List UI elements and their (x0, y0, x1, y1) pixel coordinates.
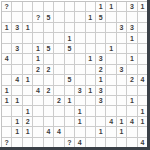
cell-r5c4[interactable]: 1 (33, 44, 43, 54)
cell-r12c4[interactable] (33, 117, 43, 127)
cell-r4c5[interactable] (44, 33, 54, 43)
cell-r4c8[interactable] (75, 33, 85, 43)
cell-r9c2[interactable] (12, 86, 22, 96)
cell-r10c12[interactable] (117, 96, 127, 106)
cell-r8c6[interactable] (54, 75, 64, 85)
cell-r7c8[interactable] (75, 65, 85, 75)
cell-r8c5[interactable] (44, 75, 54, 85)
cell-r1c8[interactable] (75, 2, 85, 12)
cell-r4c13[interactable]: 1 (127, 33, 137, 43)
cell-r5c11[interactable]: 1 (106, 44, 116, 54)
cell-r7c1[interactable] (2, 65, 12, 75)
cell-r13c1[interactable] (2, 127, 12, 137)
cell-r4c2[interactable] (12, 33, 22, 43)
cell-r4c1[interactable] (2, 33, 12, 43)
cell-r11c13[interactable] (127, 106, 137, 116)
cell-r10c11[interactable] (106, 96, 116, 106)
cell-r13c11[interactable] (106, 127, 116, 137)
cell-r6c13[interactable]: 1 (127, 54, 137, 64)
cell-r9c4[interactable]: 4 (33, 86, 43, 96)
cell-r13c6[interactable]: 4 (54, 127, 64, 137)
cell-r4c9[interactable] (86, 33, 96, 43)
cell-r5c2[interactable]: 3 (12, 44, 22, 54)
cell-r6c4[interactable]: 1 (33, 54, 43, 64)
cell-r5c3[interactable] (23, 44, 33, 54)
cell-r7c13[interactable] (127, 65, 137, 75)
cell-r1c3[interactable] (23, 2, 33, 12)
cell-r2c2[interactable] (12, 12, 22, 22)
cell-r9c5[interactable]: 2 (44, 86, 54, 96)
cell-r7c9[interactable] (86, 65, 96, 75)
cell-r8c2[interactable]: 4 (12, 75, 22, 85)
cell-r10c7[interactable]: 1 (65, 96, 75, 106)
cell-r3c2[interactable]: 3 (12, 23, 22, 33)
cell-r5c8[interactable] (75, 44, 85, 54)
cell-r2c1[interactable] (2, 12, 12, 22)
cell-r4c10[interactable] (96, 33, 106, 43)
cell-r10c13[interactable]: 1 (127, 96, 137, 106)
cell-r12c10[interactable] (96, 117, 106, 127)
cell-r4c3[interactable] (23, 33, 33, 43)
cell-r12c13[interactable]: 4 (127, 117, 137, 127)
cell-r10c5[interactable] (44, 96, 54, 106)
cell-r9c6[interactable] (54, 86, 64, 96)
cell-r1c6[interactable] (54, 2, 64, 12)
cell-r7c3[interactable] (23, 65, 33, 75)
cell-r11c3[interactable]: 1 (23, 106, 33, 116)
cell-r13c9[interactable] (86, 127, 96, 137)
cell-r5c6[interactable] (54, 44, 64, 54)
cell-r6c10[interactable]: 3 (96, 54, 106, 64)
cell-r12c9[interactable] (86, 117, 96, 127)
cell-r11c2[interactable] (12, 106, 22, 116)
cell-r6c3[interactable] (23, 54, 33, 64)
cell-r11c10[interactable] (96, 106, 106, 116)
window-edge-right (147, 0, 150, 150)
cell-r13c5[interactable]: 4 (44, 127, 54, 137)
cell-r1c10[interactable]: 1 (96, 2, 106, 12)
cell-r13c3[interactable]: 1 (23, 127, 33, 137)
cell-r10c3[interactable] (23, 96, 33, 106)
cell-r2c8[interactable] (75, 12, 85, 22)
cell-r1c7[interactable] (65, 2, 75, 12)
cell-r6c1[interactable]: 4 (2, 54, 12, 64)
cell-r7c4[interactable]: 2 (33, 65, 43, 75)
cell-r9c11[interactable] (106, 86, 116, 96)
cell-r9c9[interactable]: 1 (86, 86, 96, 96)
cell-r8c13[interactable]: 2 (127, 75, 137, 85)
cell-r3c4[interactable] (33, 23, 43, 33)
cell-r3c11[interactable] (106, 23, 116, 33)
cell-r11c4[interactable] (33, 106, 43, 116)
cell-r7c10[interactable]: 2 (96, 65, 106, 75)
cell-r9c8[interactable]: 3 (75, 86, 85, 96)
cell-r5c7[interactable]: 5 (65, 44, 75, 54)
cell-r2c13[interactable] (127, 12, 137, 22)
cell-r5c9[interactable] (86, 44, 96, 54)
cell-r2c10[interactable]: 5 (96, 12, 106, 22)
cell-r2c7[interactable] (65, 12, 75, 22)
cell-r3c5[interactable] (44, 23, 54, 33)
cell-r2c12[interactable] (117, 12, 127, 22)
cell-r11c11[interactable] (106, 106, 116, 116)
cell-r13c8[interactable] (75, 127, 85, 137)
cell-r5c10[interactable] (96, 44, 106, 54)
cell-r4c4[interactable] (33, 33, 43, 43)
cell-r1c11[interactable]: 1 (106, 2, 116, 12)
cell-r11c5[interactable] (44, 106, 54, 116)
cell-r4c11[interactable] (106, 33, 116, 43)
cell-r10c4[interactable] (33, 96, 43, 106)
cell-r13c10[interactable]: 1 (96, 127, 106, 137)
cell-r6c12[interactable] (117, 54, 127, 64)
cell-r12c11[interactable]: 4 (106, 117, 116, 127)
cell-r6c2[interactable] (12, 54, 22, 64)
cell-r6c8[interactable] (75, 54, 85, 64)
cell-r8c8[interactable] (75, 75, 85, 85)
cell-r9c1[interactable]: 1 (2, 86, 12, 96)
cell-r6c6[interactable] (54, 54, 64, 64)
cell-r9c12[interactable] (117, 86, 127, 96)
cell-r7c5[interactable]: 2 (44, 65, 54, 75)
cell-r10c1[interactable]: 1 (2, 96, 12, 106)
cell-r6c11[interactable] (106, 54, 116, 64)
cell-r10c10[interactable]: 3 (96, 96, 106, 106)
cell-r7c11[interactable] (106, 65, 116, 75)
cell-r8c9[interactable] (86, 75, 96, 85)
cell-r13c7[interactable] (65, 127, 75, 137)
puzzle-screenshot: ?1131?5151313311315514113122234151241423… (0, 0, 150, 150)
cell-r1c5[interactable] (44, 2, 54, 12)
cell-r12c7[interactable] (65, 117, 75, 127)
cell-r12c2[interactable]: 1 (12, 117, 22, 127)
cell-r13c4[interactable] (33, 127, 43, 137)
cell-r8c7[interactable]: 5 (65, 75, 75, 85)
cell-r5c12[interactable] (117, 44, 127, 54)
cell-r12c6[interactable] (54, 117, 64, 127)
cell-r2c4[interactable]: ? (33, 12, 43, 22)
cell-r2c6[interactable] (54, 12, 64, 22)
cell-r13c2[interactable]: 1 (12, 127, 22, 137)
cell-r12c5[interactable] (44, 117, 54, 127)
cell-r5c1[interactable] (2, 44, 12, 54)
cell-r10c8[interactable] (75, 96, 85, 106)
cell-r7c12[interactable]: 3 (117, 65, 127, 75)
cell-r8c4[interactable] (33, 75, 43, 85)
cell-r3c1[interactable]: 1 (2, 23, 12, 33)
cell-r9c13[interactable] (127, 86, 137, 96)
cell-r7c2[interactable] (12, 65, 22, 75)
cell-r3c3[interactable]: 1 (23, 23, 33, 33)
cell-r7c6[interactable] (54, 65, 64, 75)
cell-r2c9[interactable]: 1 (86, 12, 96, 22)
cell-r12c12[interactable]: 1 (117, 117, 127, 127)
cell-r11c6[interactable] (54, 106, 64, 116)
cell-r4c6[interactable] (54, 33, 64, 43)
cell-r13c12[interactable]: 1 (117, 127, 127, 137)
cell-r12c8[interactable]: 1 (75, 117, 85, 127)
cell-r2c11[interactable] (106, 12, 116, 22)
cell-r8c11[interactable] (106, 75, 116, 85)
cell-r1c12[interactable] (117, 2, 127, 12)
cell-r9c10[interactable]: 3 (96, 86, 106, 96)
cell-r1c9[interactable] (86, 2, 96, 12)
cell-r10c9[interactable] (86, 96, 96, 106)
cell-r11c7[interactable] (65, 106, 75, 116)
cell-r1c2[interactable] (12, 2, 22, 12)
cell-r3c8[interactable] (75, 23, 85, 33)
cell-r8c3[interactable]: 1 (23, 75, 33, 85)
cell-r12c1[interactable] (2, 117, 12, 127)
cell-r6c5[interactable] (44, 54, 54, 64)
cell-r3c9[interactable] (86, 23, 96, 33)
cell-r10c2[interactable]: 1 (12, 96, 22, 106)
cell-r11c12[interactable] (117, 106, 127, 116)
cell-r11c8[interactable]: 1 (75, 106, 85, 116)
puzzle-board: ?1131?5151313311315514113122234151241423… (1, 1, 148, 148)
cell-r6c9[interactable]: 1 (86, 54, 96, 64)
cell-r3c13[interactable]: 3 (127, 23, 137, 33)
cell-r1c4[interactable] (33, 2, 43, 12)
cell-r13c13[interactable] (127, 127, 137, 137)
cell-r12c3[interactable]: 2 (23, 117, 33, 127)
cell-r8c12[interactable] (117, 75, 127, 85)
cell-r4c12[interactable] (117, 33, 127, 43)
cell-r6c7[interactable] (65, 54, 75, 64)
cell-r11c1[interactable] (2, 106, 12, 116)
cell-r1c13[interactable]: 3 (127, 2, 137, 12)
cell-r1c1[interactable]: ? (2, 2, 12, 12)
cell-r3c10[interactable] (96, 23, 106, 33)
cell-r2c5[interactable]: 5 (44, 12, 54, 22)
cell-r8c10[interactable]: 1 (96, 75, 106, 85)
cell-r5c13[interactable] (127, 44, 137, 54)
cell-r3c12[interactable]: 3 (117, 23, 127, 33)
cell-r5c5[interactable]: 5 (44, 44, 54, 54)
cell-r3c6[interactable] (54, 23, 64, 33)
cell-r3c7[interactable] (65, 23, 75, 33)
cell-r10c6[interactable]: 2 (54, 96, 64, 106)
cell-r4c7[interactable]: 1 (65, 33, 75, 43)
cell-r2c3[interactable] (23, 12, 33, 22)
cell-r8c1[interactable] (2, 75, 12, 85)
cell-r9c7[interactable] (65, 86, 75, 96)
cell-r7c7[interactable] (65, 65, 75, 75)
cell-r11c9[interactable] (86, 106, 96, 116)
window-edge-bottom (0, 147, 150, 150)
cell-r9c3[interactable] (23, 86, 33, 96)
